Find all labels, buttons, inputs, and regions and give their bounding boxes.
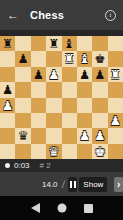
show-button[interactable]: Show bbox=[79, 177, 107, 192]
square-a6[interactable] bbox=[0, 67, 15, 82]
square-c4[interactable] bbox=[31, 98, 46, 113]
black-rook: ♜ bbox=[0, 36, 15, 51]
square-e7[interactable]: ♜ bbox=[62, 51, 77, 66]
square-g7[interactable]: ♚ bbox=[92, 51, 107, 66]
square-b5[interactable] bbox=[15, 82, 30, 97]
square-d2[interactable] bbox=[46, 128, 61, 143]
square-a1[interactable] bbox=[0, 144, 15, 159]
black-pawn: ♟ bbox=[77, 67, 92, 82]
square-a7[interactable] bbox=[0, 51, 15, 66]
white-rook: ♜ bbox=[108, 67, 123, 82]
square-g1[interactable]: ♚ bbox=[92, 144, 107, 159]
slash-icon bbox=[61, 180, 64, 188]
square-a5[interactable]: ♟ bbox=[0, 82, 15, 97]
square-c2[interactable] bbox=[31, 128, 46, 143]
black-queen: ♛ bbox=[15, 128, 30, 143]
square-h2[interactable] bbox=[108, 128, 123, 143]
white-queen: ♛ bbox=[46, 144, 61, 159]
puzzle-number: # 2 bbox=[40, 161, 51, 170]
square-d7[interactable] bbox=[46, 51, 61, 66]
square-h7[interactable] bbox=[108, 51, 123, 66]
chevron-right-icon: › bbox=[117, 179, 120, 190]
square-d5[interactable] bbox=[46, 82, 61, 97]
square-h8[interactable] bbox=[108, 36, 123, 51]
square-e6[interactable] bbox=[62, 67, 77, 82]
square-e4[interactable] bbox=[62, 98, 77, 113]
control-panel: 14.0 Show › bbox=[0, 172, 123, 196]
square-b7[interactable]: ♟ bbox=[15, 51, 30, 66]
square-c7[interactable] bbox=[31, 51, 46, 66]
square-g5[interactable] bbox=[92, 82, 107, 97]
square-f8[interactable] bbox=[77, 36, 92, 51]
level-text: 14.0 bbox=[42, 180, 58, 189]
timer-text: 0:03 bbox=[14, 161, 30, 170]
square-g3[interactable] bbox=[92, 113, 107, 128]
square-a2[interactable] bbox=[0, 128, 15, 143]
black-pawn: ♟ bbox=[31, 67, 46, 82]
square-b6[interactable] bbox=[15, 67, 30, 82]
pause-button[interactable] bbox=[68, 177, 77, 192]
black-pawn: ♟ bbox=[0, 82, 15, 97]
square-a4[interactable]: ♟ bbox=[0, 98, 15, 113]
info-icon[interactable]: i bbox=[105, 10, 116, 21]
square-a3[interactable] bbox=[0, 113, 15, 128]
square-f5[interactable] bbox=[77, 82, 92, 97]
square-f3[interactable] bbox=[77, 113, 92, 128]
square-b2[interactable]: ♛ bbox=[15, 128, 30, 143]
white-pawn: ♟ bbox=[0, 98, 15, 113]
square-e5[interactable] bbox=[62, 82, 77, 97]
square-e2[interactable] bbox=[62, 128, 77, 143]
chess-board: ♜♜♝♟♜♝♚♟♟♟♟♜♟♟♟♛♟♟♛♚ bbox=[0, 36, 123, 159]
white-rook: ♜ bbox=[62, 51, 77, 66]
black-rook: ♜ bbox=[46, 36, 61, 51]
white-king: ♚ bbox=[92, 144, 107, 159]
square-b4[interactable] bbox=[15, 98, 30, 113]
white-pawn: ♟ bbox=[92, 128, 107, 143]
square-d1[interactable]: ♛ bbox=[46, 144, 61, 159]
nav-back-button[interactable] bbox=[31, 203, 40, 213]
square-d3[interactable] bbox=[46, 113, 61, 128]
square-h4[interactable] bbox=[108, 98, 123, 113]
square-g2[interactable]: ♟ bbox=[92, 128, 107, 143]
square-d4[interactable] bbox=[46, 98, 61, 113]
square-d6[interactable]: ♟ bbox=[46, 67, 61, 82]
black-pawn: ♟ bbox=[15, 51, 30, 66]
android-nav-bar bbox=[0, 196, 123, 220]
next-button[interactable]: › bbox=[114, 177, 123, 192]
black-pawn: ♟ bbox=[92, 67, 107, 82]
square-e3[interactable] bbox=[62, 113, 77, 128]
square-f7[interactable]: ♝ bbox=[77, 51, 92, 66]
nav-home-button[interactable] bbox=[57, 203, 67, 213]
record-dot-icon bbox=[5, 163, 10, 168]
square-d8[interactable]: ♜ bbox=[46, 36, 61, 51]
square-c3[interactable] bbox=[31, 113, 46, 128]
square-f4[interactable] bbox=[77, 98, 92, 113]
square-b1[interactable] bbox=[15, 144, 30, 159]
square-h5[interactable] bbox=[108, 82, 123, 97]
white-pawn: ♟ bbox=[77, 128, 92, 143]
page-title: Chess bbox=[30, 9, 64, 21]
square-g4[interactable] bbox=[92, 98, 107, 113]
square-e8[interactable]: ♝ bbox=[62, 36, 77, 51]
square-h6[interactable]: ♜ bbox=[108, 67, 123, 82]
nav-recents-button[interactable] bbox=[84, 204, 93, 213]
square-c8[interactable] bbox=[31, 36, 46, 51]
square-f1[interactable] bbox=[77, 144, 92, 159]
circle-icon bbox=[57, 203, 67, 213]
square-c5[interactable] bbox=[31, 82, 46, 97]
pause-icon bbox=[70, 181, 72, 188]
square-h3[interactable]: ♟ bbox=[108, 113, 123, 128]
square-g8[interactable] bbox=[92, 36, 107, 51]
white-pawn: ♟ bbox=[46, 67, 61, 82]
white-pawn: ♟ bbox=[108, 113, 123, 128]
square-e1[interactable] bbox=[62, 144, 77, 159]
back-arrow-icon[interactable]: ← bbox=[7, 0, 19, 30]
triangle-left-icon bbox=[31, 203, 40, 213]
app-bar: ← Chess i bbox=[0, 0, 123, 30]
black-bishop: ♝ bbox=[62, 36, 77, 51]
black-king: ♚ bbox=[92, 51, 107, 66]
square-f2[interactable]: ♟ bbox=[77, 128, 92, 143]
square-a8[interactable]: ♜ bbox=[0, 36, 15, 51]
square-icon bbox=[84, 204, 93, 213]
timer-bar: 0:03 # 2 bbox=[0, 159, 123, 172]
white-bishop: ♝ bbox=[77, 51, 92, 66]
square-g6[interactable]: ♟ bbox=[92, 67, 107, 82]
square-b3[interactable] bbox=[15, 113, 30, 128]
square-b8[interactable] bbox=[15, 36, 30, 51]
square-c1[interactable] bbox=[31, 144, 46, 159]
square-f6[interactable]: ♟ bbox=[77, 67, 92, 82]
square-c6[interactable]: ♟ bbox=[31, 67, 46, 82]
square-h1[interactable] bbox=[108, 144, 123, 159]
